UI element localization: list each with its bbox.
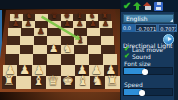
- piece-black-pawn-a7[interactable]: ♟: [12, 20, 19, 28]
- piece-white-bishop-c1[interactable]: ♝: [33, 75, 45, 88]
- play-icon: [168, 37, 172, 41]
- square-h4[interactable]: [101, 45, 115, 55]
- language-value: English: [124, 15, 173, 22]
- piece-black-pawn-g7[interactable]: ♟: [89, 20, 96, 28]
- square-g6[interactable]: [87, 28, 100, 36]
- square-c8[interactable]: [35, 14, 48, 21]
- piece-white-pawn-d4[interactable]: ♟: [49, 43, 58, 53]
- square-d3[interactable]: [47, 54, 61, 65]
- piece-white-rook-h1[interactable]: ♜: [106, 75, 118, 88]
- piece-white-bishop-f1[interactable]: ♝: [77, 75, 89, 88]
- square-c4[interactable]: [33, 45, 47, 55]
- piece-black-pawn-h7[interactable]: ♟: [102, 20, 109, 28]
- last-move-label: Last move: [132, 46, 163, 53]
- directional-light-row: Directional Light: [123, 33, 176, 46]
- square-b6[interactable]: [21, 28, 34, 36]
- sound-label: Sound: [132, 53, 151, 60]
- piece-black-pawn-f7[interactable]: ♟: [76, 20, 83, 28]
- sound-checkbox[interactable]: ✔ Sound: [124, 53, 151, 60]
- square-b5[interactable]: [20, 36, 33, 45]
- settings-sidebar: ✔ English 0.0 -0.70711 0.70710 Direction…: [120, 0, 178, 100]
- piece-black-pawn-b7[interactable]: ♟: [25, 20, 32, 28]
- font-size-label: Font size: [124, 60, 151, 67]
- square-d7[interactable]: [48, 21, 61, 29]
- light-vector-row: 0.0 -0.70711 0.70710: [122, 24, 177, 32]
- piece-white-king-e1[interactable]: ♚: [62, 75, 74, 88]
- confirm-icon[interactable]: ✔: [123, 1, 131, 11]
- square-h6[interactable]: [100, 28, 113, 36]
- square-a5[interactable]: [7, 36, 20, 45]
- square-h5[interactable]: [101, 36, 114, 45]
- slider-knob[interactable]: [139, 90, 145, 96]
- resize-grip-icon[interactable]: [170, 19, 173, 22]
- piece-white-queen-d1[interactable]: ♛: [47, 75, 59, 88]
- light-vector-x-field[interactable]: 0.0: [122, 24, 134, 32]
- home-icon[interactable]: [143, 2, 152, 11]
- speed-slider[interactable]: [123, 88, 173, 96]
- save-icon[interactable]: [154, 2, 163, 11]
- piece-white-rook-a1[interactable]: ♜: [3, 75, 15, 88]
- square-e6[interactable]: [61, 28, 74, 36]
- piece-white-knight-g1[interactable]: ♞: [92, 75, 104, 88]
- language-select[interactable]: English: [123, 14, 174, 23]
- upload-icon[interactable]: [133, 2, 141, 11]
- square-d6[interactable]: [47, 28, 60, 36]
- square-g5[interactable]: [87, 36, 100, 45]
- square-b4[interactable]: [20, 45, 34, 55]
- square-c5[interactable]: [34, 36, 47, 45]
- square-b1[interactable]: [16, 76, 31, 89]
- light-vector-y-field[interactable]: -0.70711: [135, 24, 158, 32]
- piece-black-pawn-e7[interactable]: ♟: [63, 20, 70, 28]
- square-a4[interactable]: [6, 45, 20, 55]
- square-f4[interactable]: [74, 45, 88, 55]
- piece-black-queen-d8[interactable]: ♛: [51, 13, 57, 20]
- square-a6[interactable]: [8, 28, 21, 36]
- chess-app-window: ♜♞♛♚♝♞♜♟♟♟♟♟♟♟♝♟♞♟♟♟♟♟♟♜♝♛♚♝♞♜ ✔ English…: [0, 0, 178, 100]
- piece-black-bishop-f5[interactable]: ♝: [76, 35, 85, 45]
- font-size-slider[interactable]: [123, 67, 173, 75]
- light-vector-z-field[interactable]: 0.70710: [158, 24, 177, 32]
- slider-knob[interactable]: [142, 69, 148, 75]
- piece-white-pawn-b2[interactable]: ♟: [19, 64, 30, 76]
- square-e3[interactable]: [61, 54, 75, 65]
- checkmark-icon: ✔: [124, 53, 130, 60]
- speed-label: Speed: [124, 81, 143, 88]
- toolbar: ✔: [121, 0, 178, 12]
- square-g4[interactable]: [88, 45, 102, 55]
- board-scene: ♜♞♛♚♝♞♜♟♟♟♟♟♟♟♝♟♞♟♟♟♟♟♟♜♝♛♚♝♞♜: [0, 0, 120, 100]
- apply-light-button[interactable]: [163, 34, 174, 45]
- piece-white-knight-e4[interactable]: ♞: [63, 43, 72, 53]
- piece-black-pawn-c6[interactable]: ♟: [37, 27, 45, 36]
